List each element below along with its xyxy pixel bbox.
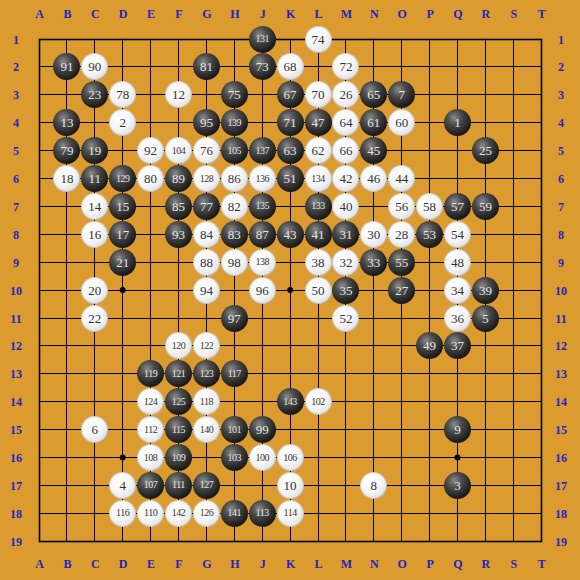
stone-white-100[interactable]: 100 bbox=[249, 444, 276, 471]
stone-white-126[interactable]: 126 bbox=[193, 500, 220, 527]
stone-black-125[interactable]: 125 bbox=[165, 388, 192, 415]
stone-black-129[interactable]: 129 bbox=[109, 165, 136, 192]
move-number: 97 bbox=[228, 312, 241, 325]
move-number: 94 bbox=[200, 284, 213, 297]
coord-label-right: 16 bbox=[555, 452, 567, 464]
move-number: 72 bbox=[339, 60, 352, 73]
move-number: 117 bbox=[228, 369, 241, 379]
stone-black-57[interactable]: 57 bbox=[444, 193, 471, 220]
stone-black-117[interactable]: 117 bbox=[221, 360, 248, 387]
stone-white-28[interactable]: 28 bbox=[388, 221, 415, 248]
stone-black-113[interactable]: 113 bbox=[249, 500, 276, 527]
move-number: 96 bbox=[256, 284, 269, 297]
stone-black-59[interactable]: 59 bbox=[472, 193, 499, 220]
stone-white-36[interactable]: 36 bbox=[444, 305, 471, 332]
stone-black-87[interactable]: 87 bbox=[249, 221, 276, 248]
stone-black-3[interactable]: 3 bbox=[444, 472, 471, 499]
coord-label-right: 17 bbox=[555, 480, 567, 492]
move-number: 20 bbox=[88, 284, 101, 297]
move-number: 103 bbox=[228, 453, 242, 463]
coord-label-right: 7 bbox=[558, 201, 564, 213]
coord-label-left: 5 bbox=[13, 145, 19, 157]
move-number: 54 bbox=[451, 228, 464, 241]
stone-black-139[interactable]: 139 bbox=[221, 109, 248, 136]
coord-label-right: 4 bbox=[558, 117, 564, 129]
move-number: 1 bbox=[454, 116, 461, 129]
stone-black-41[interactable]: 41 bbox=[305, 221, 332, 248]
move-number: 141 bbox=[228, 508, 242, 518]
move-number: 110 bbox=[144, 508, 157, 518]
move-number: 10 bbox=[284, 479, 297, 492]
move-number: 57 bbox=[451, 200, 464, 213]
move-number: 143 bbox=[283, 397, 297, 407]
move-number: 82 bbox=[228, 200, 241, 213]
coord-label-top: S bbox=[510, 8, 517, 20]
coord-label-top: J bbox=[260, 8, 266, 20]
stone-white-84[interactable]: 84 bbox=[193, 221, 220, 248]
move-number: 16 bbox=[88, 228, 101, 241]
stone-black-89[interactable]: 89 bbox=[165, 165, 192, 192]
stone-black-15[interactable]: 15 bbox=[109, 193, 136, 220]
stone-black-141[interactable]: 141 bbox=[221, 500, 248, 527]
coord-label-left: 13 bbox=[10, 368, 22, 380]
move-number: 6 bbox=[92, 423, 99, 436]
stone-black-47[interactable]: 47 bbox=[305, 109, 332, 136]
stone-black-105[interactable]: 105 bbox=[221, 137, 248, 164]
coord-label-left: 16 bbox=[10, 452, 22, 464]
move-number: 11 bbox=[89, 172, 102, 185]
move-number: 34 bbox=[451, 284, 464, 297]
coord-label-right: 14 bbox=[555, 396, 567, 408]
coord-label-bottom: Q bbox=[453, 558, 462, 570]
move-number: 137 bbox=[255, 146, 269, 156]
coord-label-bottom: T bbox=[538, 558, 546, 570]
move-number: 23 bbox=[88, 88, 101, 101]
move-number: 30 bbox=[367, 228, 380, 241]
coord-label-left: 4 bbox=[13, 117, 19, 129]
star-point bbox=[120, 287, 126, 293]
move-number: 53 bbox=[423, 228, 436, 241]
stone-white-68[interactable]: 68 bbox=[277, 53, 304, 80]
stone-white-108[interactable]: 108 bbox=[137, 444, 164, 471]
stone-black-63[interactable]: 63 bbox=[277, 137, 304, 164]
move-number: 92 bbox=[144, 144, 157, 157]
stone-white-94[interactable]: 94 bbox=[193, 277, 220, 304]
move-number: 43 bbox=[284, 228, 297, 241]
stone-black-1[interactable]: 1 bbox=[444, 109, 471, 136]
move-number: 109 bbox=[172, 453, 186, 463]
move-number: 116 bbox=[116, 508, 129, 518]
move-number: 13 bbox=[60, 116, 73, 129]
coord-label-left: 6 bbox=[13, 173, 19, 185]
move-number: 68 bbox=[284, 60, 297, 73]
coord-label-top: F bbox=[175, 8, 182, 20]
move-number: 27 bbox=[395, 284, 408, 297]
move-number: 42 bbox=[339, 172, 352, 185]
move-number: 120 bbox=[172, 341, 186, 351]
stone-white-14[interactable]: 14 bbox=[81, 193, 108, 220]
move-number: 125 bbox=[172, 397, 186, 407]
stone-white-142[interactable]: 142 bbox=[165, 500, 192, 527]
move-number: 136 bbox=[255, 174, 269, 184]
stone-white-98[interactable]: 98 bbox=[221, 249, 248, 276]
move-number: 102 bbox=[311, 397, 325, 407]
stone-black-77[interactable]: 77 bbox=[193, 193, 220, 220]
stone-white-32[interactable]: 32 bbox=[332, 249, 359, 276]
stone-black-137[interactable]: 137 bbox=[249, 137, 276, 164]
stone-black-31[interactable]: 31 bbox=[332, 221, 359, 248]
move-number: 63 bbox=[284, 144, 297, 157]
stone-black-21[interactable]: 21 bbox=[109, 249, 136, 276]
move-number: 93 bbox=[172, 228, 185, 241]
coord-label-top: N bbox=[370, 8, 379, 20]
stone-black-103[interactable]: 103 bbox=[221, 444, 248, 471]
stone-black-93[interactable]: 93 bbox=[165, 221, 192, 248]
coord-label-left: 7 bbox=[13, 201, 19, 213]
stone-white-96[interactable]: 96 bbox=[249, 277, 276, 304]
coord-label-left: 9 bbox=[13, 257, 19, 269]
coord-label-top: H bbox=[230, 8, 239, 20]
stone-white-88[interactable]: 88 bbox=[193, 249, 220, 276]
move-number: 38 bbox=[312, 256, 325, 269]
stone-white-62[interactable]: 62 bbox=[305, 137, 332, 164]
coord-label-top: B bbox=[63, 8, 71, 20]
stone-black-71[interactable]: 71 bbox=[277, 109, 304, 136]
coord-label-left: 3 bbox=[13, 89, 19, 101]
move-number: 52 bbox=[339, 312, 352, 325]
coord-label-right: 5 bbox=[558, 145, 564, 157]
move-number: 17 bbox=[116, 228, 129, 241]
move-number: 21 bbox=[116, 256, 129, 269]
move-number: 95 bbox=[200, 116, 213, 129]
move-number: 133 bbox=[311, 201, 325, 211]
move-number: 18 bbox=[60, 172, 73, 185]
coord-label-bottom: G bbox=[202, 558, 211, 570]
stone-black-143[interactable]: 143 bbox=[277, 388, 304, 415]
stone-white-106[interactable]: 106 bbox=[277, 444, 304, 471]
move-number: 61 bbox=[367, 116, 380, 129]
stone-black-17[interactable]: 17 bbox=[109, 221, 136, 248]
move-number: 142 bbox=[172, 508, 186, 518]
stone-black-101[interactable]: 101 bbox=[221, 416, 248, 443]
move-number: 86 bbox=[228, 172, 241, 185]
star-point bbox=[455, 455, 461, 461]
stone-black-53[interactable]: 53 bbox=[416, 221, 443, 248]
move-number: 32 bbox=[339, 256, 352, 269]
stone-white-70[interactable]: 70 bbox=[305, 81, 332, 108]
coord-label-left: 8 bbox=[13, 229, 19, 241]
move-number: 58 bbox=[423, 200, 436, 213]
move-number: 12 bbox=[172, 88, 185, 101]
coord-label-bottom: D bbox=[119, 558, 128, 570]
coord-label-left: 15 bbox=[10, 424, 22, 436]
move-number: 105 bbox=[228, 146, 242, 156]
stone-white-10[interactable]: 10 bbox=[277, 472, 304, 499]
stone-white-102[interactable]: 102 bbox=[305, 388, 332, 415]
coord-label-left: 11 bbox=[10, 313, 21, 325]
move-number: 2 bbox=[119, 116, 126, 129]
stone-black-97[interactable]: 97 bbox=[221, 305, 248, 332]
move-number: 78 bbox=[116, 88, 129, 101]
stone-black-51[interactable]: 51 bbox=[277, 165, 304, 192]
move-number: 81 bbox=[200, 60, 213, 73]
stone-white-140[interactable]: 140 bbox=[193, 416, 220, 443]
move-number: 31 bbox=[339, 228, 352, 241]
coord-label-bottom: O bbox=[398, 558, 407, 570]
stone-black-55[interactable]: 55 bbox=[388, 249, 415, 276]
move-number: 73 bbox=[256, 60, 269, 73]
coord-label-left: 18 bbox=[10, 508, 22, 520]
coord-label-left: 19 bbox=[10, 536, 22, 548]
move-number: 101 bbox=[228, 425, 242, 435]
move-number: 115 bbox=[172, 425, 185, 435]
move-number: 64 bbox=[339, 116, 352, 129]
coord-label-right: 3 bbox=[558, 89, 564, 101]
coord-label-bottom: R bbox=[482, 558, 491, 570]
move-number: 66 bbox=[339, 144, 352, 157]
coord-label-bottom: F bbox=[175, 558, 182, 570]
stone-white-38[interactable]: 38 bbox=[305, 249, 332, 276]
stone-white-54[interactable]: 54 bbox=[444, 221, 471, 248]
stone-white-50[interactable]: 50 bbox=[305, 277, 332, 304]
move-number: 9 bbox=[454, 423, 461, 436]
stone-white-4[interactable]: 4 bbox=[109, 472, 136, 499]
stone-black-123[interactable]: 123 bbox=[193, 360, 220, 387]
star-point bbox=[120, 455, 126, 461]
coord-label-right: 10 bbox=[555, 285, 567, 297]
coord-label-top: E bbox=[147, 8, 155, 20]
coord-label-bottom: M bbox=[341, 558, 352, 570]
move-number: 140 bbox=[200, 425, 214, 435]
move-number: 104 bbox=[172, 146, 186, 156]
stone-white-80[interactable]: 80 bbox=[137, 165, 164, 192]
stone-black-27[interactable]: 27 bbox=[388, 277, 415, 304]
coord-label-top: L bbox=[314, 8, 322, 20]
move-number: 28 bbox=[395, 228, 408, 241]
move-number: 37 bbox=[451, 339, 464, 352]
stone-black-83[interactable]: 83 bbox=[221, 221, 248, 248]
stone-white-112[interactable]: 112 bbox=[137, 416, 164, 443]
stone-white-138[interactable]: 138 bbox=[249, 249, 276, 276]
stone-black-95[interactable]: 95 bbox=[193, 109, 220, 136]
stone-black-107[interactable]: 107 bbox=[137, 472, 164, 499]
move-number: 71 bbox=[284, 116, 297, 129]
move-number: 74 bbox=[312, 33, 325, 46]
stone-white-118[interactable]: 118 bbox=[193, 388, 220, 415]
stone-black-99[interactable]: 99 bbox=[249, 416, 276, 443]
coord-label-top: Q bbox=[453, 8, 462, 20]
move-number: 139 bbox=[228, 118, 242, 128]
move-number: 100 bbox=[255, 453, 269, 463]
move-number: 55 bbox=[395, 256, 408, 269]
stone-white-76[interactable]: 76 bbox=[193, 137, 220, 164]
coord-label-top: O bbox=[398, 8, 407, 20]
coord-label-bottom: S bbox=[510, 558, 517, 570]
move-number: 119 bbox=[144, 369, 157, 379]
move-number: 75 bbox=[228, 88, 241, 101]
move-number: 59 bbox=[479, 200, 492, 213]
stone-white-30[interactable]: 30 bbox=[360, 221, 387, 248]
coord-label-right: 6 bbox=[558, 173, 564, 185]
stone-white-110[interactable]: 110 bbox=[137, 500, 164, 527]
move-number: 14 bbox=[88, 200, 101, 213]
coord-label-bottom: K bbox=[286, 558, 295, 570]
move-number: 36 bbox=[451, 312, 464, 325]
stone-black-75[interactable]: 75 bbox=[221, 81, 248, 108]
stone-black-111[interactable]: 111 bbox=[165, 472, 192, 499]
stone-white-116[interactable]: 116 bbox=[109, 500, 136, 527]
coord-label-right: 11 bbox=[555, 313, 566, 325]
move-number: 129 bbox=[116, 174, 130, 184]
move-number: 60 bbox=[395, 116, 408, 129]
move-number: 98 bbox=[228, 256, 241, 269]
move-number: 121 bbox=[172, 369, 186, 379]
stone-black-5[interactable]: 5 bbox=[472, 305, 499, 332]
coord-label-left: 12 bbox=[10, 340, 22, 352]
coord-label-top: P bbox=[426, 8, 433, 20]
coord-label-right: 12 bbox=[555, 340, 567, 352]
stone-black-33[interactable]: 33 bbox=[360, 249, 387, 276]
coord-label-top: T bbox=[538, 8, 546, 20]
stone-black-67[interactable]: 67 bbox=[277, 81, 304, 108]
stone-white-114[interactable]: 114 bbox=[277, 500, 304, 527]
coord-label-bottom: H bbox=[230, 558, 239, 570]
coord-label-top: C bbox=[91, 8, 100, 20]
star-point bbox=[287, 287, 293, 293]
move-number: 87 bbox=[256, 228, 269, 241]
move-number: 45 bbox=[367, 144, 380, 157]
stone-black-133[interactable]: 133 bbox=[305, 193, 332, 220]
stone-black-25[interactable]: 25 bbox=[472, 137, 499, 164]
coord-label-bottom: B bbox=[63, 558, 71, 570]
stone-white-16[interactable]: 16 bbox=[81, 221, 108, 248]
move-number: 124 bbox=[144, 397, 158, 407]
move-number: 108 bbox=[144, 453, 158, 463]
coord-label-top: A bbox=[35, 8, 44, 20]
move-number: 51 bbox=[284, 172, 297, 185]
go-board[interactable]: AABBCCDDEEFFGGHHJJKKLLMMNNOOPPQQRRSSTT11… bbox=[0, 0, 580, 580]
move-number: 127 bbox=[200, 480, 214, 490]
stone-white-128[interactable]: 128 bbox=[193, 165, 220, 192]
coord-label-right: 13 bbox=[555, 368, 567, 380]
coord-label-right: 1 bbox=[558, 34, 564, 46]
stone-black-127[interactable]: 127 bbox=[193, 472, 220, 499]
stone-white-82[interactable]: 82 bbox=[221, 193, 248, 220]
move-number: 8 bbox=[371, 479, 378, 492]
move-number: 48 bbox=[451, 256, 464, 269]
move-number: 4 bbox=[119, 479, 126, 492]
stone-black-115[interactable]: 115 bbox=[165, 416, 192, 443]
coord-label-bottom: N bbox=[370, 558, 379, 570]
stone-white-104[interactable]: 104 bbox=[165, 137, 192, 164]
move-number: 112 bbox=[144, 425, 157, 435]
stone-white-58[interactable]: 58 bbox=[416, 193, 443, 220]
stone-white-74[interactable]: 74 bbox=[305, 26, 332, 53]
move-number: 138 bbox=[255, 257, 269, 267]
coord-label-bottom: J bbox=[260, 558, 266, 570]
move-number: 65 bbox=[367, 88, 380, 101]
coord-label-right: 2 bbox=[558, 61, 564, 73]
coord-label-bottom: C bbox=[91, 558, 100, 570]
coord-label-left: 1 bbox=[13, 34, 19, 46]
move-number: 134 bbox=[311, 174, 325, 184]
coord-label-bottom: E bbox=[147, 558, 155, 570]
move-number: 128 bbox=[200, 174, 214, 184]
coord-label-right: 9 bbox=[558, 257, 564, 269]
move-number: 91 bbox=[60, 60, 73, 73]
move-number: 80 bbox=[144, 172, 157, 185]
stone-white-44[interactable]: 44 bbox=[388, 165, 415, 192]
stone-white-48[interactable]: 48 bbox=[444, 249, 471, 276]
move-number: 25 bbox=[479, 144, 492, 157]
coord-label-left: 10 bbox=[10, 285, 22, 297]
stone-white-52[interactable]: 52 bbox=[332, 305, 359, 332]
move-number: 35 bbox=[339, 284, 352, 297]
stone-white-56[interactable]: 56 bbox=[388, 193, 415, 220]
coord-label-bottom: P bbox=[426, 558, 433, 570]
move-number: 113 bbox=[256, 508, 269, 518]
coord-label-right: 15 bbox=[555, 424, 567, 436]
move-number: 15 bbox=[116, 200, 129, 213]
coord-label-top: D bbox=[119, 8, 128, 20]
coord-label-top: M bbox=[341, 8, 352, 20]
stone-black-43[interactable]: 43 bbox=[277, 221, 304, 248]
coord-label-top: K bbox=[286, 8, 295, 20]
stone-white-34[interactable]: 34 bbox=[444, 277, 471, 304]
stone-black-131[interactable]: 131 bbox=[249, 26, 276, 53]
stone-black-135[interactable]: 135 bbox=[249, 193, 276, 220]
stone-black-39[interactable]: 39 bbox=[472, 277, 499, 304]
stone-white-86[interactable]: 86 bbox=[221, 165, 248, 192]
stone-white-8[interactable]: 8 bbox=[360, 472, 387, 499]
coord-label-top: G bbox=[202, 8, 211, 20]
stone-black-85[interactable]: 85 bbox=[165, 193, 192, 220]
stone-white-20[interactable]: 20 bbox=[81, 277, 108, 304]
move-number: 40 bbox=[339, 200, 352, 213]
stone-white-92[interactable]: 92 bbox=[137, 137, 164, 164]
move-number: 46 bbox=[367, 172, 380, 185]
stone-black-35[interactable]: 35 bbox=[332, 277, 359, 304]
move-number: 49 bbox=[423, 339, 436, 352]
move-number: 47 bbox=[312, 116, 325, 129]
move-number: 39 bbox=[479, 284, 492, 297]
move-number: 56 bbox=[395, 200, 408, 213]
stone-white-136[interactable]: 136 bbox=[249, 165, 276, 192]
move-number: 126 bbox=[200, 508, 214, 518]
move-number: 41 bbox=[312, 228, 325, 241]
move-number: 131 bbox=[255, 34, 269, 44]
move-number: 76 bbox=[200, 144, 213, 157]
coord-label-left: 17 bbox=[10, 480, 22, 492]
move-number: 62 bbox=[312, 144, 325, 157]
stone-white-134[interactable]: 134 bbox=[305, 165, 332, 192]
move-number: 122 bbox=[200, 341, 214, 351]
move-number: 85 bbox=[172, 200, 185, 213]
move-number: 26 bbox=[339, 88, 352, 101]
stone-white-22[interactable]: 22 bbox=[81, 305, 108, 332]
move-number: 7 bbox=[398, 88, 405, 101]
stone-black-9[interactable]: 9 bbox=[444, 416, 471, 443]
stone-black-109[interactable]: 109 bbox=[165, 444, 192, 471]
move-number: 114 bbox=[284, 508, 297, 518]
move-number: 79 bbox=[60, 144, 73, 157]
move-number: 77 bbox=[200, 200, 213, 213]
move-number: 70 bbox=[312, 88, 325, 101]
move-number: 33 bbox=[367, 256, 380, 269]
stone-black-73[interactable]: 73 bbox=[249, 53, 276, 80]
move-number: 88 bbox=[200, 256, 213, 269]
move-number: 123 bbox=[200, 369, 214, 379]
